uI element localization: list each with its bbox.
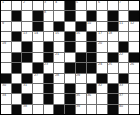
clue-number-37: 37 — [119, 93, 123, 96]
cell-r7-c3[interactable]: 27 — [33, 74, 43, 83]
cell-r4-c10[interactable] — [108, 42, 118, 51]
black-cell-r5-c2 — [22, 53, 32, 62]
clue-number-24: 24 — [98, 62, 102, 65]
cell-r0-c11[interactable]: 7 — [119, 1, 129, 10]
cell-r2-c8[interactable]: 10 — [87, 22, 97, 31]
cell-r1-c9[interactable] — [97, 11, 107, 20]
clue-number-38: 38 — [23, 104, 27, 107]
cell-r8-c11[interactable]: 33 — [119, 84, 129, 93]
clue-number-13: 13 — [23, 31, 27, 34]
clue-number-1: 1 — [2, 0, 4, 3]
cell-r2-c1[interactable] — [12, 22, 22, 31]
clue-number-31: 31 — [23, 83, 27, 86]
cell-r2-c11[interactable]: 11 — [119, 22, 129, 31]
clue-number-32: 32 — [98, 83, 102, 86]
black-cell-r8-c8 — [87, 84, 97, 93]
black-cell-r0-c6 — [65, 1, 75, 10]
cell-r3-c3[interactable]: 14 — [33, 32, 43, 41]
cell-r8-c5[interactable] — [54, 84, 64, 93]
clue-number-15: 15 — [55, 31, 59, 34]
cell-r6-c5[interactable] — [54, 63, 64, 72]
clue-number-22: 22 — [119, 52, 123, 55]
black-cell-r8-c6 — [65, 84, 75, 93]
cell-r1-c7[interactable] — [76, 11, 86, 20]
black-cell-r2-c10 — [108, 22, 118, 31]
clue-number-16: 16 — [76, 31, 80, 34]
cell-r10-c0[interactable] — [1, 105, 11, 114]
clue-number-7: 7 — [119, 0, 121, 3]
cell-r5-c11[interactable]: 22 — [119, 53, 129, 62]
cell-r10-c3[interactable] — [33, 105, 43, 114]
cell-r6-c12[interactable]: 26 — [129, 63, 139, 72]
cell-r1-c2[interactable] — [22, 11, 32, 20]
clue-number-35: 35 — [76, 93, 80, 96]
cell-r5-c9[interactable] — [97, 53, 107, 62]
black-cell-r8-c1 — [12, 84, 22, 93]
black-cell-r3-c1 — [12, 32, 22, 41]
clue-number-26: 26 — [130, 62, 134, 65]
cell-r0-c9[interactable]: 6 — [97, 1, 107, 10]
clue-number-34: 34 — [2, 93, 6, 96]
cell-r1-c4[interactable]: 8 — [44, 11, 54, 20]
clue-number-25: 25 — [108, 62, 112, 65]
clue-number-40: 40 — [119, 104, 123, 107]
cell-r6-c2[interactable] — [22, 63, 32, 72]
clue-number-5: 5 — [76, 0, 78, 3]
cell-r3-c9[interactable]: 17 — [97, 32, 107, 41]
cell-r0-c12[interactable] — [129, 1, 139, 10]
black-cell-r5-c4 — [44, 53, 54, 62]
cell-r0-c4[interactable]: 3 — [44, 1, 54, 10]
cell-r4-c3[interactable] — [33, 42, 43, 51]
clue-number-30: 30 — [2, 83, 6, 86]
cell-r10-c12[interactable] — [129, 105, 139, 114]
cell-r7-c7[interactable]: 29 — [76, 74, 86, 83]
cell-r0-c5[interactable]: 4 — [54, 1, 64, 10]
black-cell-r10-c1 — [12, 105, 22, 114]
clue-number-29: 29 — [76, 73, 80, 76]
black-cell-r4-c4 — [44, 42, 54, 51]
cell-r0-c3[interactable] — [33, 1, 43, 10]
cell-r2-c2[interactable] — [22, 22, 32, 31]
cell-r3-c7[interactable]: 16 — [76, 32, 86, 41]
black-cell-r5-c8 — [87, 53, 97, 62]
cell-r3-c11[interactable] — [119, 32, 129, 41]
clue-number-18: 18 — [108, 31, 112, 34]
black-cell-r5-c1 — [12, 53, 22, 62]
cell-r3-c4[interactable] — [44, 32, 54, 41]
cell-r5-c0[interactable] — [1, 53, 11, 62]
cell-r6-c11[interactable] — [119, 63, 129, 72]
cell-r8-c2[interactable]: 31 — [22, 84, 32, 93]
clue-number-17: 17 — [98, 31, 102, 34]
black-cell-r3-c6 — [65, 32, 75, 41]
cell-r4-c12[interactable] — [129, 42, 139, 51]
black-cell-r9-c10 — [108, 94, 118, 103]
cell-r9-c0[interactable]: 34 — [1, 94, 11, 103]
clue-number-14: 14 — [34, 31, 38, 34]
cell-r7-c12[interactable] — [129, 74, 139, 83]
black-cell-r2-c5 — [54, 22, 64, 31]
clue-number-28: 28 — [55, 73, 59, 76]
cell-r3-c0[interactable] — [1, 32, 11, 41]
cell-r9-c7[interactable]: 35 — [76, 94, 86, 103]
clue-number-12: 12 — [130, 21, 134, 24]
black-cell-r4-c2 — [22, 42, 32, 51]
cell-r4-c1[interactable] — [12, 42, 22, 51]
cell-r10-c9[interactable] — [97, 105, 107, 114]
cell-r3-c12[interactable] — [129, 32, 139, 41]
cell-r7-c8[interactable] — [87, 74, 97, 83]
cell-r8-c7[interactable] — [76, 84, 86, 93]
clue-number-6: 6 — [98, 0, 100, 3]
cell-r9-c8[interactable]: 36 — [87, 94, 97, 103]
cell-r0-c10[interactable] — [108, 1, 118, 10]
cell-r4-c9[interactable]: 20 — [97, 42, 107, 51]
cell-r0-c8[interactable] — [87, 1, 97, 10]
cell-r2-c12[interactable]: 12 — [129, 22, 139, 31]
cell-r7-c5[interactable]: 28 — [54, 74, 64, 83]
cell-r7-c6[interactable] — [65, 74, 75, 83]
cell-r10-c8[interactable] — [87, 105, 97, 114]
clue-number-36: 36 — [87, 93, 91, 96]
clue-number-23: 23 — [44, 62, 48, 65]
cell-r9-c5[interactable] — [54, 94, 64, 103]
cell-r0-c1[interactable] — [12, 1, 22, 10]
clue-number-19: 19 — [2, 41, 6, 44]
black-cell-r4-c11 — [119, 42, 129, 51]
black-cell-r4-c6 — [65, 42, 75, 51]
cell-r7-c10[interactable] — [108, 74, 118, 83]
black-cell-r6-c7 — [76, 63, 86, 72]
black-cell-r10-c10 — [108, 105, 118, 114]
cell-r9-c11[interactable]: 37 — [119, 94, 129, 103]
cell-r2-c6[interactable] — [65, 22, 75, 31]
cell-r10-c4[interactable] — [44, 105, 54, 114]
black-cell-r10-c5 — [54, 105, 64, 114]
cell-r9-c3[interactable] — [33, 94, 43, 103]
black-cell-r6-c6 — [65, 63, 75, 72]
black-cell-r5-c10 — [108, 53, 118, 62]
clue-number-27: 27 — [34, 73, 38, 76]
clue-number-21: 21 — [55, 52, 59, 55]
cell-r0-c2[interactable]: 2 — [22, 1, 32, 10]
black-cell-r1-c12 — [129, 11, 139, 20]
cell-r5-c6[interactable] — [65, 53, 75, 62]
cell-r1-c5[interactable] — [54, 11, 64, 20]
cell-r10-c2[interactable]: 38 — [22, 105, 32, 114]
black-cell-r9-c6 — [65, 94, 75, 103]
cell-r10-c7[interactable]: 39 — [76, 105, 86, 114]
cell-r8-c9[interactable]: 32 — [97, 84, 107, 93]
black-cell-r7-c4 — [44, 74, 54, 83]
cell-r7-c1[interactable] — [12, 74, 22, 83]
clue-number-11: 11 — [119, 21, 123, 24]
cell-r0-c0[interactable]: 1 — [1, 1, 11, 10]
black-cell-r1-c6 — [65, 11, 75, 20]
black-cell-r10-c6 — [65, 105, 75, 114]
black-cell-r7-c11 — [119, 74, 129, 83]
cell-r2-c9[interactable] — [97, 22, 107, 31]
cell-r2-c4[interactable] — [44, 22, 54, 31]
clue-number-33: 33 — [119, 83, 123, 86]
clue-number-2: 2 — [23, 0, 25, 3]
cell-r10-c11[interactable]: 40 — [119, 105, 129, 114]
black-cell-r2-c3 — [33, 22, 43, 31]
black-cell-r1-c1 — [12, 11, 22, 20]
clue-number-4: 4 — [55, 0, 57, 3]
cell-r2-c0[interactable]: 9 — [1, 22, 11, 31]
clue-number-9: 9 — [2, 21, 4, 24]
black-cell-r1-c8 — [87, 11, 97, 20]
cell-r4-c5[interactable] — [54, 42, 64, 51]
cell-r6-c0[interactable] — [1, 63, 11, 72]
cell-r8-c3[interactable] — [33, 84, 43, 93]
cell-r1-c0[interactable] — [1, 11, 11, 20]
cell-r6-c10[interactable]: 25 — [108, 63, 118, 72]
black-cell-r8-c4 — [44, 84, 54, 93]
cell-r5-c5[interactable]: 21 — [54, 53, 64, 62]
clue-number-20: 20 — [98, 41, 102, 44]
cell-r5-c3[interactable] — [33, 53, 43, 62]
black-cell-r2-c7 — [76, 22, 86, 31]
cell-r6-c9[interactable]: 24 — [97, 63, 107, 72]
black-cell-r7-c9 — [97, 74, 107, 83]
clue-number-10: 10 — [87, 21, 91, 24]
cell-r0-c7[interactable]: 5 — [76, 1, 86, 10]
cell-r1-c11[interactable] — [119, 11, 129, 20]
black-cell-r9-c2 — [22, 94, 32, 103]
cell-r8-c12[interactable] — [129, 84, 139, 93]
cell-r6-c4[interactable]: 23 — [44, 63, 54, 72]
crossword-grid: 1234567891011121314151617181920212223242… — [0, 0, 140, 115]
clue-number-39: 39 — [76, 104, 80, 107]
cell-r9-c1[interactable] — [12, 94, 22, 103]
cell-r3-c10[interactable]: 18 — [108, 32, 118, 41]
black-cell-r7-c0 — [1, 74, 11, 83]
black-cell-r1-c3 — [33, 11, 43, 20]
black-cell-r8-c10 — [108, 84, 118, 93]
clue-number-3: 3 — [44, 0, 46, 3]
black-cell-r5-c12 — [129, 53, 139, 62]
black-cell-r4-c8 — [87, 42, 97, 51]
black-cell-r1-c10 — [108, 11, 118, 20]
black-cell-r6-c3 — [33, 63, 43, 72]
cell-r3-c2[interactable]: 13 — [22, 32, 32, 41]
black-cell-r6-c8 — [87, 63, 97, 72]
cell-r3-c5[interactable]: 15 — [54, 32, 64, 41]
black-cell-r3-c8 — [87, 32, 97, 41]
cell-r9-c12[interactable] — [129, 94, 139, 103]
black-cell-r9-c4 — [44, 94, 54, 103]
cell-r9-c9[interactable] — [97, 94, 107, 103]
black-cell-r7-c2 — [22, 74, 32, 83]
cell-r4-c0[interactable]: 19 — [1, 42, 11, 51]
cell-r8-c0[interactable]: 30 — [1, 84, 11, 93]
cell-r4-c7[interactable] — [76, 42, 86, 51]
black-cell-r6-c1 — [12, 63, 22, 72]
black-cell-r5-c7 — [76, 53, 86, 62]
clue-number-8: 8 — [44, 10, 46, 13]
